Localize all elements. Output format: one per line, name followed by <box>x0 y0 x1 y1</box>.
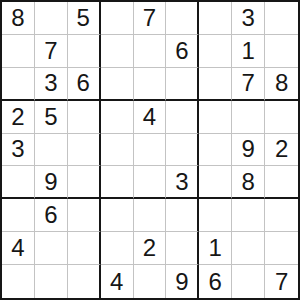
cell-r7c2-given[interactable]: 6 <box>35 199 68 232</box>
cell-r3c3-given[interactable]: 6 <box>68 68 101 101</box>
cell-r9c3-empty[interactable] <box>68 265 101 298</box>
cell-r4c3-empty[interactable] <box>68 101 101 134</box>
cell-r5c9-given[interactable]: 2 <box>265 134 298 167</box>
cell-r4c7-empty[interactable] <box>199 101 232 134</box>
cell-r6c4-empty[interactable] <box>101 166 134 199</box>
cell-r7c5-empty[interactable] <box>134 199 167 232</box>
cell-r4c8-empty[interactable] <box>232 101 265 134</box>
cell-r8c5-given[interactable]: 2 <box>134 232 167 265</box>
cell-r9c5-empty[interactable] <box>134 265 167 298</box>
cell-r3c4-empty[interactable] <box>101 68 134 101</box>
cell-r1c5-given[interactable]: 7 <box>134 2 167 35</box>
cell-r9c2-empty[interactable] <box>35 265 68 298</box>
cell-r4c6-empty[interactable] <box>166 101 199 134</box>
cell-r3c5-empty[interactable] <box>134 68 167 101</box>
cell-r6c6-given[interactable]: 3 <box>166 166 199 199</box>
cell-r4c1-given[interactable]: 2 <box>2 101 35 134</box>
cell-r5c7-empty[interactable] <box>199 134 232 167</box>
cell-r1c9-empty[interactable] <box>265 2 298 35</box>
cell-r5c1-given[interactable]: 3 <box>2 134 35 167</box>
cell-r9c8-empty[interactable] <box>232 265 265 298</box>
cell-r8c4-empty[interactable] <box>101 232 134 265</box>
cell-r2c5-empty[interactable] <box>134 35 167 68</box>
cell-r7c9-empty[interactable] <box>265 199 298 232</box>
cell-r7c6-empty[interactable] <box>166 199 199 232</box>
cell-r4c4-empty[interactable] <box>101 101 134 134</box>
cell-r2c2-given[interactable]: 7 <box>35 35 68 68</box>
cell-r7c3-empty[interactable] <box>68 199 101 232</box>
cell-r4c9-empty[interactable] <box>265 101 298 134</box>
cell-r7c4-empty[interactable] <box>101 199 134 232</box>
cell-r2c7-empty[interactable] <box>199 35 232 68</box>
cell-r8c9-empty[interactable] <box>265 232 298 265</box>
cell-r9c1-empty[interactable] <box>2 265 35 298</box>
cell-r5c6-empty[interactable] <box>166 134 199 167</box>
cell-r8c6-empty[interactable] <box>166 232 199 265</box>
cell-r8c7-given[interactable]: 1 <box>199 232 232 265</box>
sudoku-board: 8573761367825439293864214967 <box>0 0 300 300</box>
cell-r1c4-empty[interactable] <box>101 2 134 35</box>
cell-r3c1-empty[interactable] <box>2 68 35 101</box>
cell-r1c7-empty[interactable] <box>199 2 232 35</box>
cell-r1c2-empty[interactable] <box>35 2 68 35</box>
cell-r9c7-given[interactable]: 6 <box>199 265 232 298</box>
cell-r2c6-given[interactable]: 6 <box>166 35 199 68</box>
cell-r5c2-empty[interactable] <box>35 134 68 167</box>
cell-r3c7-empty[interactable] <box>199 68 232 101</box>
cell-r3c2-given[interactable]: 3 <box>35 68 68 101</box>
cell-r2c8-given[interactable]: 1 <box>232 35 265 68</box>
cell-r2c9-empty[interactable] <box>265 35 298 68</box>
cell-r2c3-empty[interactable] <box>68 35 101 68</box>
cell-r4c2-given[interactable]: 5 <box>35 101 68 134</box>
cell-r9c9-given[interactable]: 7 <box>265 265 298 298</box>
cell-r6c9-empty[interactable] <box>265 166 298 199</box>
cell-r8c3-empty[interactable] <box>68 232 101 265</box>
cell-r6c8-given[interactable]: 8 <box>232 166 265 199</box>
cell-r6c3-empty[interactable] <box>68 166 101 199</box>
cell-r8c2-empty[interactable] <box>35 232 68 265</box>
cell-r6c5-empty[interactable] <box>134 166 167 199</box>
cell-r5c3-empty[interactable] <box>68 134 101 167</box>
cell-r7c7-empty[interactable] <box>199 199 232 232</box>
cell-r1c8-given[interactable]: 3 <box>232 2 265 35</box>
cell-r2c4-empty[interactable] <box>101 35 134 68</box>
cell-r1c3-given[interactable]: 5 <box>68 2 101 35</box>
cell-r9c6-given[interactable]: 9 <box>166 265 199 298</box>
cell-r5c8-given[interactable]: 9 <box>232 134 265 167</box>
cell-r3c9-given[interactable]: 8 <box>265 68 298 101</box>
cell-r6c7-empty[interactable] <box>199 166 232 199</box>
cell-r5c4-empty[interactable] <box>101 134 134 167</box>
cell-r3c6-empty[interactable] <box>166 68 199 101</box>
cell-r2c1-empty[interactable] <box>2 35 35 68</box>
cell-r3c8-given[interactable]: 7 <box>232 68 265 101</box>
cell-r4c5-given[interactable]: 4 <box>134 101 167 134</box>
cell-r5c5-empty[interactable] <box>134 134 167 167</box>
cell-r6c2-given[interactable]: 9 <box>35 166 68 199</box>
cell-r8c1-given[interactable]: 4 <box>2 232 35 265</box>
cell-r9c4-given[interactable]: 4 <box>101 265 134 298</box>
cell-r7c1-empty[interactable] <box>2 199 35 232</box>
cell-r6c1-empty[interactable] <box>2 166 35 199</box>
cell-r7c8-empty[interactable] <box>232 199 265 232</box>
cell-r8c8-empty[interactable] <box>232 232 265 265</box>
cell-r1c6-empty[interactable] <box>166 2 199 35</box>
cell-r1c1-given[interactable]: 8 <box>2 2 35 35</box>
